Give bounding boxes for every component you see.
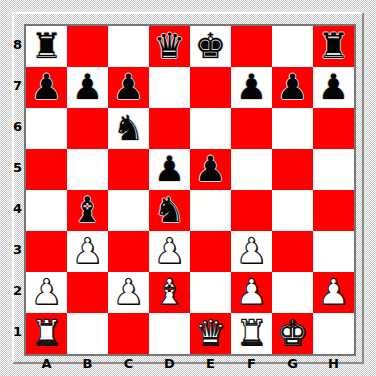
square-h4[interactable] <box>313 190 354 231</box>
square-d4[interactable]: ♞ <box>149 190 190 231</box>
white-pawn-b3[interactable]: ♟ <box>72 231 103 272</box>
square-f3[interactable]: ♟ <box>231 231 272 272</box>
square-d2[interactable]: ♝ <box>149 272 190 313</box>
square-c2[interactable]: ♟ <box>108 272 149 313</box>
black-bishop-b4[interactable]: ♝ <box>72 190 103 231</box>
square-d8[interactable]: ♛ <box>149 26 190 67</box>
file-label-H: H <box>313 356 354 370</box>
rank-label-6: 6 <box>11 106 24 147</box>
square-g2[interactable] <box>272 272 313 313</box>
black-knight-d4[interactable]: ♞ <box>154 190 185 231</box>
square-f1[interactable]: ♜ <box>231 313 272 354</box>
square-f2[interactable]: ♟ <box>231 272 272 313</box>
square-d1[interactable] <box>149 313 190 354</box>
square-a1[interactable]: ♜ <box>26 313 67 354</box>
square-b5[interactable] <box>67 149 108 190</box>
black-pawn-h7[interactable]: ♟ <box>318 67 349 108</box>
white-rook-a1[interactable]: ♜ <box>31 313 62 354</box>
black-pawn-c7[interactable]: ♟ <box>113 67 144 108</box>
square-g1[interactable]: ♚ <box>272 313 313 354</box>
square-g7[interactable]: ♟ <box>272 67 313 108</box>
square-a8[interactable]: ♜ <box>26 26 67 67</box>
square-b7[interactable]: ♟ <box>67 67 108 108</box>
black-rook-h8[interactable]: ♜ <box>318 26 349 67</box>
square-e8[interactable]: ♚ <box>190 26 231 67</box>
square-e5[interactable]: ♟ <box>190 149 231 190</box>
black-queen-d8[interactable]: ♛ <box>154 26 185 67</box>
square-g5[interactable] <box>272 149 313 190</box>
square-b4[interactable]: ♝ <box>67 190 108 231</box>
square-h6[interactable] <box>313 108 354 149</box>
square-h2[interactable]: ♟ <box>313 272 354 313</box>
square-d5[interactable]: ♟ <box>149 149 190 190</box>
square-g4[interactable] <box>272 190 313 231</box>
square-a3[interactable] <box>26 231 67 272</box>
square-b3[interactable]: ♟ <box>67 231 108 272</box>
square-h3[interactable] <box>313 231 354 272</box>
file-label-A: A <box>26 356 67 370</box>
black-pawn-g7[interactable]: ♟ <box>277 67 308 108</box>
square-g3[interactable] <box>272 231 313 272</box>
square-c5[interactable] <box>108 149 149 190</box>
black-pawn-e5[interactable]: ♟ <box>195 149 226 190</box>
square-h5[interactable] <box>313 149 354 190</box>
square-f4[interactable] <box>231 190 272 231</box>
white-pawn-f2[interactable]: ♟ <box>236 272 267 313</box>
black-king-e8[interactable]: ♚ <box>195 26 226 67</box>
square-e7[interactable] <box>190 67 231 108</box>
square-a6[interactable] <box>26 108 67 149</box>
white-queen-e1[interactable]: ♛ <box>195 313 226 354</box>
square-g6[interactable] <box>272 108 313 149</box>
square-c1[interactable] <box>108 313 149 354</box>
rank-label-8: 8 <box>11 24 24 65</box>
file-label-G: G <box>272 356 313 370</box>
square-h8[interactable]: ♜ <box>313 26 354 67</box>
square-b6[interactable] <box>67 108 108 149</box>
rank-label-3: 3 <box>11 229 24 270</box>
black-pawn-a7[interactable]: ♟ <box>31 67 62 108</box>
white-pawn-a2[interactable]: ♟ <box>31 272 62 313</box>
square-b8[interactable] <box>67 26 108 67</box>
square-d7[interactable] <box>149 67 190 108</box>
square-d6[interactable] <box>149 108 190 149</box>
file-label-C: C <box>108 356 149 370</box>
white-rook-f1[interactable]: ♜ <box>236 313 267 354</box>
rank-label-1: 1 <box>11 311 24 352</box>
file-label-F: F <box>231 356 272 370</box>
file-label-E: E <box>190 356 231 370</box>
square-f5[interactable] <box>231 149 272 190</box>
square-g8[interactable] <box>272 26 313 67</box>
white-king-g1[interactable]: ♚ <box>277 313 308 354</box>
desktop-background: ♜♛♚♜♟♟♟♟♟♟♞♟♟♝♞♟♟♟♟♟♝♟♟♜♛♜♚ 87654321 ABC… <box>0 0 376 376</box>
square-c3[interactable] <box>108 231 149 272</box>
rank-label-5: 5 <box>11 147 24 188</box>
white-pawn-h2[interactable]: ♟ <box>318 272 349 313</box>
square-e4[interactable] <box>190 190 231 231</box>
square-a7[interactable]: ♟ <box>26 67 67 108</box>
square-f8[interactable] <box>231 26 272 67</box>
file-label-B: B <box>67 356 108 370</box>
black-rook-a8[interactable]: ♜ <box>31 26 62 67</box>
square-h7[interactable]: ♟ <box>313 67 354 108</box>
square-e1[interactable]: ♛ <box>190 313 231 354</box>
square-b2[interactable] <box>67 272 108 313</box>
square-e2[interactable] <box>190 272 231 313</box>
black-pawn-b7[interactable]: ♟ <box>72 67 103 108</box>
rank-label-2: 2 <box>11 270 24 311</box>
square-e6[interactable] <box>190 108 231 149</box>
white-pawn-d3[interactable]: ♟ <box>154 231 185 272</box>
square-h1[interactable] <box>313 313 354 354</box>
square-f6[interactable] <box>231 108 272 149</box>
file-label-D: D <box>149 356 190 370</box>
square-c6[interactable]: ♞ <box>108 108 149 149</box>
chess-board: ♜♛♚♜♟♟♟♟♟♟♞♟♟♝♞♟♟♟♟♟♝♟♟♜♛♜♚ <box>24 24 356 356</box>
square-d3[interactable]: ♟ <box>149 231 190 272</box>
black-pawn-f7[interactable]: ♟ <box>236 67 267 108</box>
square-a4[interactable] <box>26 190 67 231</box>
square-f7[interactable]: ♟ <box>231 67 272 108</box>
rank-label-7: 7 <box>11 65 24 106</box>
rank-label-4: 4 <box>11 188 24 229</box>
square-c8[interactable] <box>108 26 149 67</box>
square-e3[interactable] <box>190 231 231 272</box>
black-knight-c6[interactable]: ♞ <box>113 108 144 149</box>
black-pawn-d5[interactable]: ♟ <box>154 149 185 190</box>
square-a2[interactable]: ♟ <box>26 272 67 313</box>
white-pawn-f3[interactable]: ♟ <box>236 231 267 272</box>
white-bishop-d2[interactable]: ♝ <box>154 272 185 313</box>
square-a5[interactable] <box>26 149 67 190</box>
square-c7[interactable]: ♟ <box>108 67 149 108</box>
square-c4[interactable] <box>108 190 149 231</box>
square-b1[interactable] <box>67 313 108 354</box>
white-pawn-c2[interactable]: ♟ <box>113 272 144 313</box>
